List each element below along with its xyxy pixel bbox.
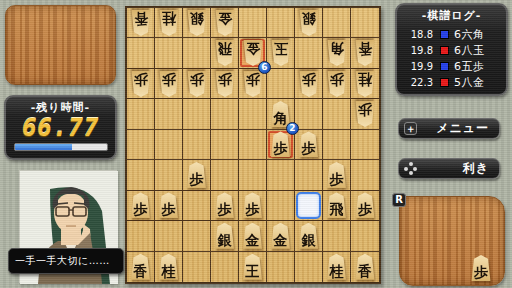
board-cell[interactable] <box>295 191 323 221</box>
player-captured-tray[interactable]: 歩 <box>399 196 505 286</box>
board-cell[interactable]: 角 <box>323 38 351 68</box>
shogi-board: 香桂銀金銀飛金6玉角香歩歩歩歩歩歩歩桂角2歩歩歩歩歩歩歩歩歩飛歩銀金金銀香桂王桂… <box>125 6 381 284</box>
move-number-badge: 2 <box>286 122 299 135</box>
shogi-piece[interactable]: 角 <box>326 40 348 66</box>
timer-progress-fill <box>15 144 72 150</box>
move-number-badge: 6 <box>258 61 271 74</box>
piece-kanji: 銀 <box>298 11 320 27</box>
board-cell[interactable]: 歩 <box>183 69 211 99</box>
move-text: 6八玉 <box>454 43 485 58</box>
move-time: 22.3 <box>406 77 433 88</box>
board-cell[interactable]: 香 <box>127 8 155 38</box>
board-cell[interactable] <box>351 221 379 251</box>
move-text: 5八金 <box>454 75 485 90</box>
piece-kanji: 香 <box>354 263 376 279</box>
shogi-piece[interactable]: 桂 <box>326 254 348 280</box>
board-cell[interactable] <box>183 99 211 129</box>
board-cell[interactable] <box>183 221 211 251</box>
board-cell[interactable] <box>183 191 211 221</box>
board-cell[interactable]: 香 <box>127 252 155 282</box>
board-cell[interactable]: 歩 <box>295 130 323 160</box>
board-cell[interactable] <box>267 191 295 221</box>
timer-panel: -残り時間- 66.77 <box>4 95 117 160</box>
piece-kanji: 王 <box>242 263 264 279</box>
shogi-piece[interactable]: 歩 <box>158 71 180 97</box>
board-cell[interactable]: 角2 <box>267 99 295 129</box>
shogi-piece[interactable]: 香 <box>354 40 376 66</box>
blue-player-marker <box>440 62 449 71</box>
piece-kanji: 歩 <box>130 201 152 217</box>
shogi-piece[interactable]: 歩 <box>214 192 236 218</box>
board-cell[interactable]: 歩 <box>155 69 183 99</box>
board-cell[interactable] <box>323 130 351 160</box>
shogi-piece[interactable]: 玉 <box>270 40 292 66</box>
piece-kanji: 歩 <box>186 171 208 187</box>
board-cell[interactable] <box>211 130 239 160</box>
timer-value: 66.77 <box>6 115 115 141</box>
piece-kanji: 歩 <box>326 72 348 88</box>
piece-kanji: 金 <box>214 11 236 27</box>
piece-kanji: 香 <box>130 11 152 27</box>
menu-button-label: メニュー <box>417 120 499 137</box>
board-cell[interactable]: 銀 <box>211 221 239 251</box>
board-cell[interactable]: 桂 <box>155 252 183 282</box>
piece-kanji: 歩 <box>354 102 376 118</box>
kifu-log-rows: 18.86六角19.86八玉19.96五歩22.35八金 <box>397 26 506 90</box>
board-cell[interactable] <box>295 38 323 68</box>
board-cell[interactable]: 金 <box>239 221 267 251</box>
shogi-piece[interactable]: 歩 <box>242 71 264 97</box>
board-cell[interactable]: 銀 <box>295 221 323 251</box>
board-cell[interactable] <box>155 130 183 160</box>
piece-kanji: 香 <box>354 41 376 57</box>
r-shoulder-badge: R <box>392 193 406 207</box>
piece-kanji: 歩 <box>130 72 152 88</box>
move-text: 6六角 <box>454 27 485 42</box>
piece-kanji: 歩 <box>326 171 348 187</box>
board-cell[interactable] <box>351 160 379 190</box>
kifu-log-title: -棋譜ログ- <box>397 8 506 23</box>
piece-kanji: 桂 <box>158 263 180 279</box>
board-cell[interactable]: 飛 <box>211 38 239 68</box>
piece-kanji: 飛 <box>214 41 236 57</box>
piece-kanji: 飛 <box>326 201 348 217</box>
board-cell[interactable]: 歩 <box>323 69 351 99</box>
move-time: 19.9 <box>406 61 433 72</box>
shogi-piece[interactable]: 歩 <box>186 71 208 97</box>
shogi-piece[interactable]: 歩 <box>130 192 152 218</box>
piece-kanji: 角 <box>326 41 348 57</box>
kifu-log-entry: 22.35八金 <box>397 74 506 90</box>
board-cell[interactable] <box>351 8 379 38</box>
kifu-log-entry: 19.86八玉 <box>397 42 506 58</box>
board-cell[interactable]: 歩 <box>295 69 323 99</box>
board-cell[interactable]: 歩 <box>323 160 351 190</box>
board-cell[interactable]: 王 <box>239 252 267 282</box>
board-cell[interactable] <box>239 99 267 129</box>
piece-kanji: 歩 <box>214 201 236 217</box>
shogi-piece[interactable]: 飛 <box>326 192 348 218</box>
piece-kanji: 金 <box>242 41 264 57</box>
plus-icon: ＋ <box>404 122 417 135</box>
board-cell[interactable] <box>295 160 323 190</box>
move-text: 6五歩 <box>454 59 485 74</box>
board-cell[interactable] <box>155 38 183 68</box>
move-time: 18.8 <box>406 29 433 40</box>
shogi-piece[interactable]: 銀 <box>214 223 236 249</box>
piece-kanji: 銀 <box>214 232 236 248</box>
shogi-piece[interactable]: 歩 <box>326 71 348 97</box>
board-cell[interactable]: 銀 <box>295 8 323 38</box>
board-cell[interactable]: 香 <box>351 252 379 282</box>
board-cell[interactable] <box>183 130 211 160</box>
shogi-piece[interactable]: 銀 <box>298 223 320 249</box>
board-cell[interactable] <box>211 252 239 282</box>
captured-pawn-piece[interactable]: 歩 <box>470 255 492 281</box>
board-cell[interactable]: 歩 <box>239 191 267 221</box>
board-cell[interactable]: 桂 <box>351 69 379 99</box>
board-cell[interactable] <box>267 69 295 99</box>
shogi-piece[interactable]: 歩 <box>242 192 264 218</box>
board-cell[interactable] <box>211 99 239 129</box>
shogi-piece[interactable]: 歩 <box>270 131 292 157</box>
board-cell[interactable]: 玉 <box>267 38 295 68</box>
board-cell[interactable] <box>127 130 155 160</box>
board-cell[interactable]: 歩 <box>351 191 379 221</box>
shogi-piece[interactable]: 香 <box>130 10 152 36</box>
board-cell[interactable] <box>127 221 155 251</box>
board-cell[interactable]: 歩 <box>211 69 239 99</box>
board-cell[interactable] <box>267 160 295 190</box>
board-cell[interactable] <box>211 160 239 190</box>
move-time: 19.8 <box>406 45 433 56</box>
kifu-log-panel: -棋譜ログ- 18.86六角19.86八玉19.96五歩22.35八金 <box>395 3 508 96</box>
speech-bubble: 一手一手大切に…… <box>8 248 124 274</box>
board-cell[interactable] <box>127 160 155 190</box>
blue-player-marker <box>440 30 449 39</box>
piece-kanji: 歩 <box>270 140 292 156</box>
captured-piece-glyph: 歩 <box>470 264 492 280</box>
shogi-piece[interactable]: 香 <box>130 254 152 280</box>
shogi-piece[interactable]: 桂 <box>158 10 180 36</box>
kifu-log-entry: 19.96五歩 <box>397 58 506 74</box>
board-cell[interactable]: 金 <box>211 8 239 38</box>
piece-kanji: 歩 <box>298 72 320 88</box>
shogi-piece[interactable]: 香 <box>354 254 376 280</box>
board-cell[interactable]: 歩 <box>127 191 155 221</box>
shogi-piece[interactable]: 歩 <box>186 162 208 188</box>
shogi-piece[interactable]: 歩 <box>130 71 152 97</box>
board-cell[interactable]: 歩 <box>211 191 239 221</box>
buttons-cluster-icon <box>404 162 417 175</box>
board-cell[interactable] <box>183 38 211 68</box>
shogi-piece[interactable]: 歩 <box>326 162 348 188</box>
piece-kanji: 香 <box>130 263 152 279</box>
piece-kanji: 桂 <box>354 72 376 88</box>
board-cell[interactable] <box>155 99 183 129</box>
red-player-marker <box>440 46 449 55</box>
selection-cursor <box>296 192 321 219</box>
board-cell[interactable]: 香 <box>351 38 379 68</box>
piece-kanji: 銀 <box>186 11 208 27</box>
board-cell[interactable] <box>127 99 155 129</box>
shogi-piece[interactable]: 桂 <box>158 254 180 280</box>
board-cell[interactable]: 飛 <box>323 191 351 221</box>
board-cell[interactable] <box>323 221 351 251</box>
shogi-piece[interactable]: 金 <box>242 223 264 249</box>
piece-kanji: 金 <box>242 232 264 248</box>
piece-kanji: 歩 <box>242 201 264 217</box>
shogi-piece[interactable]: 銀 <box>186 10 208 36</box>
board-cell[interactable] <box>239 8 267 38</box>
board-cell[interactable] <box>155 160 183 190</box>
shogi-piece[interactable]: 歩 <box>214 71 236 97</box>
shogi-piece[interactable]: 歩 <box>298 131 320 157</box>
shogi-piece[interactable]: 飛 <box>214 40 236 66</box>
board-cell[interactable] <box>183 252 211 282</box>
board-cell[interactable]: 歩 <box>127 69 155 99</box>
timer-title: -残り時間- <box>6 100 115 115</box>
menu-button[interactable]: ＋ メニュー <box>398 118 500 139</box>
piece-kanji: 銀 <box>298 232 320 248</box>
piece-kanji: 歩 <box>186 72 208 88</box>
board-cell[interactable] <box>323 8 351 38</box>
piece-kanji: 桂 <box>158 11 180 27</box>
kiki-button[interactable]: 利き <box>398 158 500 179</box>
red-player-marker <box>440 78 449 87</box>
piece-kanji: 歩 <box>354 201 376 217</box>
shogi-piece[interactable]: 金 <box>270 223 292 249</box>
piece-kanji: 歩 <box>158 201 180 217</box>
board-cell[interactable] <box>295 252 323 282</box>
board-cell[interactable]: 歩 <box>155 191 183 221</box>
board-cell[interactable] <box>155 221 183 251</box>
board-cell[interactable]: 金 <box>267 221 295 251</box>
board-cell[interactable] <box>267 8 295 38</box>
piece-kanji: 歩 <box>158 72 180 88</box>
shogi-piece[interactable]: 歩 <box>298 71 320 97</box>
shogi-piece[interactable]: 銀 <box>298 10 320 36</box>
board-cell[interactable]: 桂 <box>155 8 183 38</box>
shogi-piece[interactable]: 王 <box>242 254 264 280</box>
shogi-piece[interactable]: 歩 <box>158 192 180 218</box>
piece-kanji: 歩 <box>298 140 320 156</box>
board-cell[interactable]: 金6 <box>239 38 267 68</box>
board-cell[interactable]: 銀 <box>183 8 211 38</box>
shogi-piece[interactable]: 桂 <box>354 71 376 97</box>
piece-kanji: 玉 <box>270 41 292 57</box>
board-cell[interactable]: 桂 <box>323 252 351 282</box>
board-cell[interactable] <box>127 38 155 68</box>
board-cell[interactable] <box>351 130 379 160</box>
piece-kanji: 歩 <box>242 72 264 88</box>
timer-progress-bar <box>14 143 108 151</box>
board-cell[interactable] <box>267 252 295 282</box>
board-cell[interactable] <box>239 160 267 190</box>
board-cell[interactable] <box>295 99 323 129</box>
kifu-log-entry: 18.86六角 <box>397 26 506 42</box>
opponent-captured-tray <box>5 5 116 85</box>
board-cell[interactable]: 歩 <box>183 160 211 190</box>
piece-kanji: 歩 <box>214 72 236 88</box>
board-cell[interactable]: 歩 <box>351 99 379 129</box>
shogi-piece[interactable]: 歩 <box>354 192 376 218</box>
piece-kanji: 桂 <box>326 263 348 279</box>
shogi-piece[interactable]: 歩 <box>354 101 376 127</box>
board-cell[interactable] <box>239 130 267 160</box>
piece-kanji: 金 <box>270 232 292 248</box>
shogi-piece[interactable]: 金 <box>214 10 236 36</box>
kiki-button-label: 利き <box>417 160 499 177</box>
board-cell[interactable] <box>323 99 351 129</box>
